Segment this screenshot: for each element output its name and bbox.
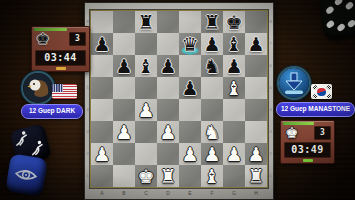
rank-label: 4 xyxy=(85,99,90,121)
black-player-avatar[interactable] xyxy=(21,71,55,105)
rank-label: 3 xyxy=(85,121,90,143)
die-pip xyxy=(336,23,346,32)
square-c8[interactable]: ♜ xyxy=(135,11,157,33)
download-arrow-icon xyxy=(279,68,309,98)
piece-white-pawn[interactable]: ♟ xyxy=(223,143,245,165)
square-b7[interactable] xyxy=(113,33,135,55)
pips-die-icon xyxy=(318,0,355,41)
square-a4[interactable] xyxy=(91,99,113,121)
square-d3[interactable]: ♟ xyxy=(157,121,179,143)
square-a2[interactable]: ♟ xyxy=(91,143,113,165)
rank-label: 8 xyxy=(268,11,273,33)
square-h1[interactable]: ♜ xyxy=(245,165,267,187)
file-label: D xyxy=(157,188,179,198)
rank-label: 1 xyxy=(268,165,273,187)
trigram xyxy=(312,94,317,99)
square-e1[interactable] xyxy=(179,165,201,187)
square-g3[interactable] xyxy=(223,121,245,143)
square-f7[interactable]: ♟ xyxy=(201,33,223,55)
piece-white-pawn[interactable]: ♟ xyxy=(135,99,157,121)
square-e4[interactable] xyxy=(179,99,201,121)
square-d5[interactable] xyxy=(157,77,179,99)
rank-label: 3 xyxy=(268,121,273,143)
square-a5[interactable] xyxy=(91,77,113,99)
file-label: G xyxy=(223,188,245,198)
white-king-icon: ♚ xyxy=(283,124,301,142)
square-h3[interactable] xyxy=(245,121,267,143)
square-g4[interactable] xyxy=(223,99,245,121)
square-g1[interactable] xyxy=(223,165,245,187)
rank-label: 2 xyxy=(85,143,90,165)
piece-white-pawn[interactable]: ♟ xyxy=(113,121,135,143)
square-b1[interactable] xyxy=(113,165,135,187)
piece-black-pawn[interactable]: ♟ xyxy=(223,55,245,77)
white-clock-time: 03:49 xyxy=(284,142,331,158)
square-g2[interactable]: ♟ xyxy=(223,143,245,165)
square-f1[interactable]: ♝ xyxy=(201,165,223,187)
eye-die-icon xyxy=(5,153,47,196)
piece-black-pawn[interactable]: ♟ xyxy=(91,33,113,55)
piece-black-pawn[interactable]: ♟ xyxy=(245,33,267,55)
taegeuk-symbol xyxy=(317,88,326,97)
white-player-name-button[interactable]: 12 Guep MANASTONE xyxy=(276,102,355,117)
square-f2[interactable]: ♟ xyxy=(201,143,223,165)
piece-white-king[interactable]: ♚ xyxy=(135,165,157,187)
piece-black-king[interactable]: ♚ xyxy=(223,11,245,33)
square-c2[interactable] xyxy=(135,143,157,165)
square-d6[interactable]: ♟ xyxy=(157,55,179,77)
taekwondo-figure-icon xyxy=(27,138,48,159)
square-a8[interactable] xyxy=(91,11,113,33)
square-a3[interactable] xyxy=(91,121,113,143)
piece-black-pawn[interactable]: ♟ xyxy=(113,55,135,77)
rank-label: 1 xyxy=(85,165,90,187)
black-clock-time: 03:44 xyxy=(35,50,86,66)
us-flag-canton xyxy=(52,84,63,92)
square-g5[interactable]: ♝ xyxy=(223,77,245,99)
square-h8[interactable] xyxy=(245,11,267,33)
square-f4[interactable] xyxy=(201,99,223,121)
square-h4[interactable] xyxy=(245,99,267,121)
piece-black-bishop[interactable]: ♝ xyxy=(135,55,157,77)
piece-white-bishop[interactable]: ♝ xyxy=(223,77,245,99)
white-clock: ♚ 3 03:49 xyxy=(280,120,335,164)
square-c6[interactable]: ♝ xyxy=(135,55,157,77)
piece-black-queen[interactable]: ♛ xyxy=(179,33,201,55)
square-b3[interactable]: ♟ xyxy=(113,121,135,143)
file-label: A xyxy=(91,188,113,198)
chess-board[interactable]: ♜♜♚♟♛♟♝♟♟♝♟♞♟♟♝♟♟♟♞♟♟♟♟♟♚♜♝♜ xyxy=(90,10,268,188)
piece-white-pawn[interactable]: ♟ xyxy=(201,143,223,165)
trigram xyxy=(326,94,331,99)
rank-label: 5 xyxy=(268,77,273,99)
clock-indicator xyxy=(303,159,313,162)
white-player-avatar[interactable] xyxy=(277,66,311,100)
square-h6[interactable] xyxy=(245,55,267,77)
square-e3[interactable] xyxy=(179,121,201,143)
square-a7[interactable]: ♟ xyxy=(91,33,113,55)
square-g7[interactable]: ♝ xyxy=(223,33,245,55)
black-player-name-button[interactable]: 12 Guep DARK xyxy=(21,104,83,119)
game-screen: ♜♜♚♟♛♟♝♟♟♝♟♞♟♟♝♟♟♟♞♟♟♟♟♟♚♜♝♜ ABCDEFGH 87… xyxy=(0,0,355,200)
square-d2[interactable] xyxy=(157,143,179,165)
white-move-counter: 3 xyxy=(314,126,331,140)
rank-label: 2 xyxy=(268,143,273,165)
square-e5[interactable]: ♟ xyxy=(179,77,201,99)
square-b5[interactable] xyxy=(113,77,135,99)
trigram xyxy=(326,85,331,90)
rank-label: 5 xyxy=(85,77,90,99)
file-label: B xyxy=(113,188,135,198)
square-d7[interactable] xyxy=(157,33,179,55)
board-frame: ♜♜♚♟♛♟♝♟♟♝♟♞♟♟♝♟♟♟♞♟♟♟♟♟♚♜♝♜ ABCDEFGH 87… xyxy=(84,2,274,200)
square-g6[interactable]: ♟ xyxy=(223,55,245,77)
rank-label: 4 xyxy=(268,99,273,121)
square-c5[interactable] xyxy=(135,77,157,99)
piece-white-pawn[interactable]: ♟ xyxy=(245,143,267,165)
die-pip xyxy=(347,19,355,28)
black-clock: ♚ 3 03:44 xyxy=(31,26,90,72)
eagle-icon xyxy=(23,73,53,103)
kr-flag-icon xyxy=(311,84,332,99)
square-b8[interactable] xyxy=(113,11,135,33)
piece-white-bishop[interactable]: ♝ xyxy=(201,165,223,187)
square-d8[interactable] xyxy=(157,11,179,33)
square-e8[interactable] xyxy=(179,11,201,33)
piece-white-rook[interactable]: ♜ xyxy=(157,165,179,187)
black-move-counter: 3 xyxy=(69,32,86,46)
us-flag-icon xyxy=(52,84,77,99)
square-c3[interactable] xyxy=(135,121,157,143)
square-f5[interactable] xyxy=(201,77,223,99)
rank-label: 6 xyxy=(268,55,273,77)
piece-black-pawn[interactable]: ♟ xyxy=(201,33,223,55)
square-c1[interactable]: ♚ xyxy=(135,165,157,187)
piece-black-rook[interactable]: ♜ xyxy=(135,11,157,33)
piece-black-rook[interactable]: ♜ xyxy=(201,11,223,33)
file-label: H xyxy=(245,188,267,198)
piece-white-pawn[interactable]: ♟ xyxy=(179,143,201,165)
square-b4[interactable] xyxy=(113,99,135,121)
piece-black-pawn[interactable]: ♟ xyxy=(179,77,201,99)
piece-black-pawn[interactable]: ♟ xyxy=(157,55,179,77)
die-pip xyxy=(325,5,335,14)
die-pip xyxy=(334,0,344,6)
square-f8[interactable]: ♜ xyxy=(201,11,223,33)
rank-label: 7 xyxy=(268,33,273,55)
file-label: C xyxy=(135,188,157,198)
file-label: F xyxy=(201,188,223,198)
square-c7[interactable] xyxy=(135,33,157,55)
piece-black-bishop[interactable]: ♝ xyxy=(223,33,245,55)
square-h5[interactable] xyxy=(245,77,267,99)
piece-white-pawn[interactable]: ♟ xyxy=(157,121,179,143)
square-b6[interactable]: ♟ xyxy=(113,55,135,77)
die-pip xyxy=(325,19,335,28)
black-king-icon: ♚ xyxy=(34,30,52,48)
trigram xyxy=(312,85,317,90)
square-d1[interactable]: ♜ xyxy=(157,165,179,187)
square-f3[interactable]: ♞ xyxy=(201,121,223,143)
clock-indicator xyxy=(56,67,66,70)
piece-white-knight[interactable]: ♞ xyxy=(201,121,223,143)
square-a1[interactable] xyxy=(91,165,113,187)
file-label: E xyxy=(179,188,201,198)
square-b2[interactable] xyxy=(113,143,135,165)
square-e7[interactable]: ♛ xyxy=(179,33,201,55)
piece-black-knight[interactable]: ♞ xyxy=(201,55,223,77)
eye-icon xyxy=(11,160,41,190)
square-e2[interactable]: ♟ xyxy=(179,143,201,165)
square-h7[interactable]: ♟ xyxy=(245,33,267,55)
square-f6[interactable]: ♞ xyxy=(201,55,223,77)
square-h2[interactable]: ♟ xyxy=(245,143,267,165)
square-a6[interactable] xyxy=(91,55,113,77)
rank-labels: 87654321 xyxy=(268,11,273,187)
square-c4[interactable]: ♟ xyxy=(135,99,157,121)
piece-white-pawn[interactable]: ♟ xyxy=(91,143,113,165)
die-pip xyxy=(344,1,354,10)
square-g8[interactable]: ♚ xyxy=(223,11,245,33)
piece-white-rook[interactable]: ♜ xyxy=(245,165,267,187)
square-d4[interactable] xyxy=(157,99,179,121)
square-e6[interactable] xyxy=(179,55,201,77)
file-labels: ABCDEFGH xyxy=(91,188,267,198)
